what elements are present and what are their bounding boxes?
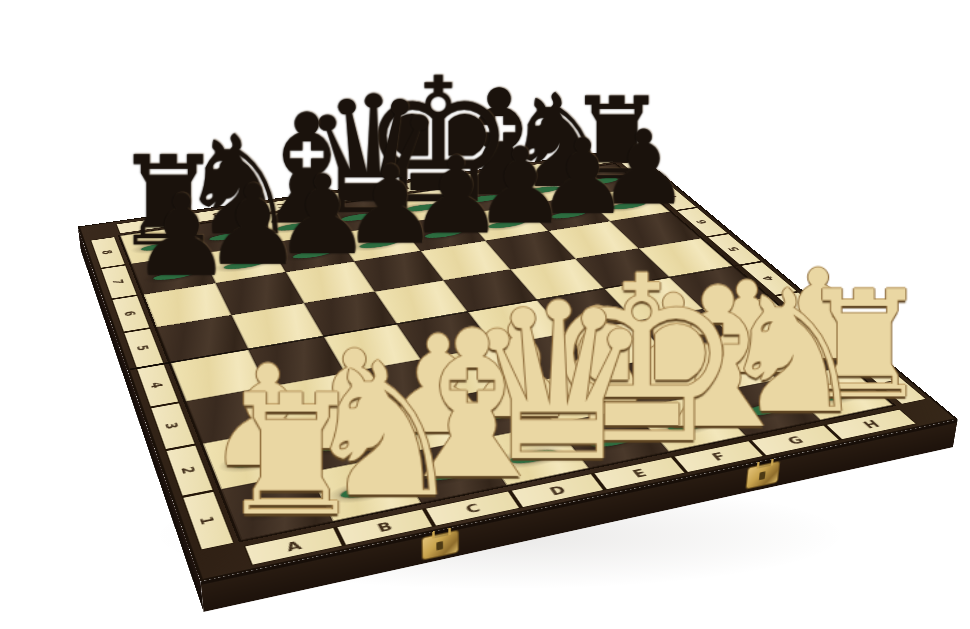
scene: ABCDEFGH ABCDEFGH 87654321 87654321 ♜♞♝♛… bbox=[0, 0, 970, 629]
piece-black-pawn-a7[interactable]: ♟ bbox=[71, 180, 292, 293]
square-a1[interactable]: ♜ bbox=[221, 472, 333, 540]
square-a7[interactable]: ♟ bbox=[131, 254, 215, 295]
piece-white-rook-a1[interactable]: ♜ bbox=[148, 373, 435, 540]
rank-label-left-6: 6 bbox=[113, 296, 150, 333]
